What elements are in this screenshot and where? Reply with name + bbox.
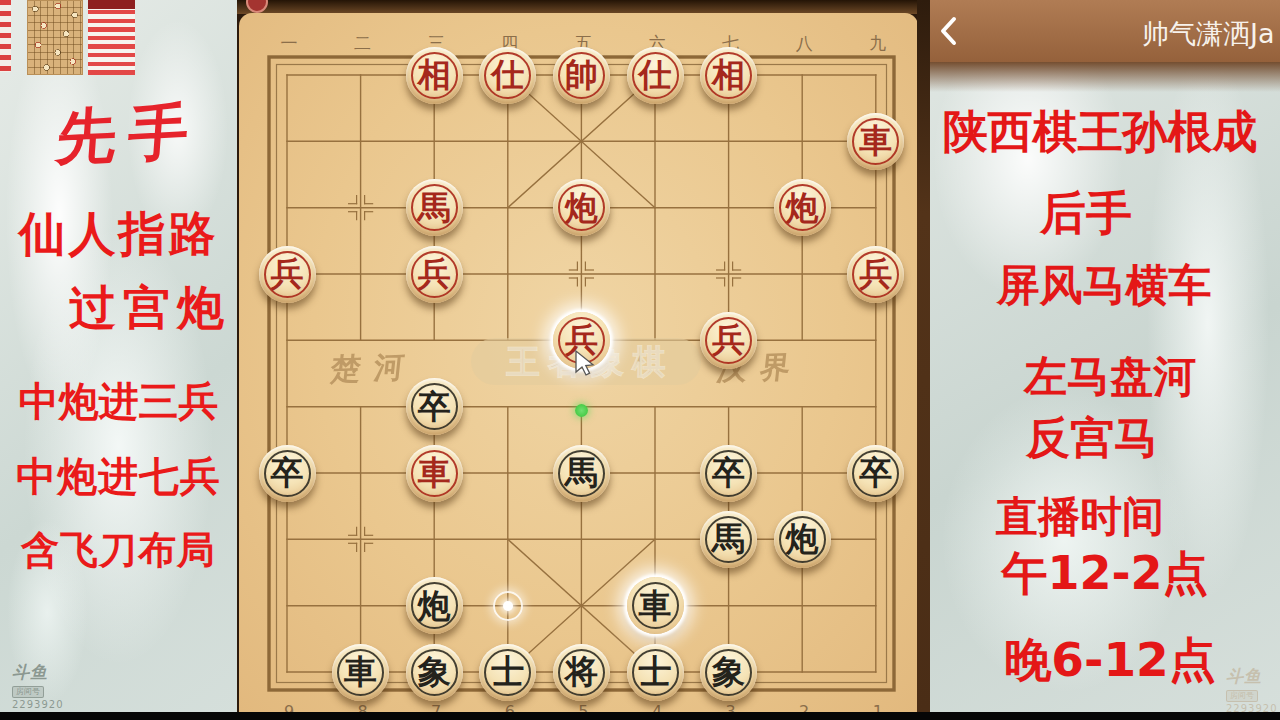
piece-red-帥[interactable]: 帥 bbox=[553, 47, 610, 104]
board-top-strip bbox=[237, 0, 920, 14]
douyu-watermark-left: 斗鱼 房间号 2293920 bbox=[12, 664, 64, 710]
piece-black-炮[interactable]: 炮 bbox=[406, 577, 463, 634]
piece-glyph: 馬 bbox=[418, 191, 451, 224]
letterbox-bar bbox=[0, 712, 1280, 720]
xiangqi-board[interactable]: 一二三四五六七八九 987654321 楚河 汉界 王者象棋 相仕帥仕相車馬炮炮… bbox=[239, 13, 918, 712]
piece-red-兵[interactable]: 兵 bbox=[700, 312, 757, 369]
piece-glyph: 車 bbox=[859, 124, 892, 157]
pip-card-header bbox=[88, 0, 135, 9]
mouse-cursor bbox=[573, 349, 597, 377]
douyu-logo: 斗鱼 bbox=[1226, 668, 1278, 685]
lp-line-0: 先手 bbox=[0, 97, 249, 170]
piece-black-車[interactable]: 車 bbox=[627, 577, 684, 634]
piece-glyph: 車 bbox=[639, 589, 672, 622]
piece-glyph: 炮 bbox=[418, 589, 451, 622]
piece-glyph: 馬 bbox=[712, 522, 745, 555]
piece-black-象[interactable]: 象 bbox=[700, 644, 757, 701]
piece-red-馬[interactable]: 馬 bbox=[406, 179, 463, 236]
douyu-watermark-right: 斗鱼 房间号 2293920 bbox=[1226, 668, 1278, 714]
lp-line-1: 仙人指路 bbox=[0, 210, 237, 257]
panel-separator bbox=[917, 0, 930, 712]
rp-line-0: 陕西棋王孙根成 bbox=[920, 109, 1280, 154]
back-button[interactable] bbox=[938, 16, 960, 46]
pip-text-card bbox=[88, 0, 135, 75]
piece-red-相[interactable]: 相 bbox=[406, 47, 463, 104]
piece-glyph: 卒 bbox=[418, 390, 451, 423]
piece-glyph: 車 bbox=[418, 456, 451, 489]
lp-line-5: 含飞刀布局 bbox=[0, 531, 237, 569]
move-marker-white-dot[interactable] bbox=[493, 591, 523, 621]
rp-line-2: 屏风马横车 bbox=[924, 264, 1280, 307]
piece-glyph: 馬 bbox=[565, 456, 598, 489]
rp-line-1: 后手 bbox=[906, 190, 1266, 236]
piece-glyph: 象 bbox=[712, 655, 745, 688]
piece-red-炮[interactable]: 炮 bbox=[553, 179, 610, 236]
rp-line-6: 午12-2点 bbox=[925, 550, 1280, 596]
piece-glyph: 将 bbox=[565, 655, 598, 688]
pip-board-thumbnail bbox=[27, 0, 83, 75]
piece-glyph: 兵 bbox=[712, 323, 745, 356]
title-bar-shadow bbox=[920, 62, 1280, 92]
piece-glyph: 相 bbox=[418, 58, 451, 91]
right-info-panel: 帅气潇洒Ja 陕西棋王孙根成后手屏风马横车左马盘河反宫马直播时间午12-2点晚6… bbox=[920, 0, 1280, 720]
douyu-logo: 斗鱼 bbox=[12, 664, 64, 681]
piece-black-馬[interactable]: 馬 bbox=[553, 445, 610, 502]
piece-glyph: 士 bbox=[491, 655, 524, 688]
lp-line-2: 过宫炮 bbox=[0, 284, 237, 331]
piece-glyph: 仕 bbox=[491, 58, 524, 91]
piece-glyph: 卒 bbox=[859, 456, 892, 489]
lp-line-3: 中炮进三兵 bbox=[0, 381, 237, 421]
move-hint-green-dot[interactable] bbox=[575, 404, 588, 417]
streamer-title: 帅气潇洒Ja bbox=[1142, 16, 1275, 52]
piece-glyph: 兵 bbox=[859, 257, 892, 290]
left-info-panel: 先手仙人指路过宫炮中炮进三兵中炮进七兵含飞刀布局 斗鱼 房间号 2293920 bbox=[0, 0, 237, 720]
piece-red-兵[interactable]: 兵 bbox=[406, 246, 463, 303]
title-bar: 帅气潇洒Ja bbox=[920, 0, 1280, 62]
piece-glyph: 士 bbox=[639, 655, 672, 688]
piece-glyph: 兵 bbox=[418, 257, 451, 290]
piece-red-仕[interactable]: 仕 bbox=[479, 47, 536, 104]
xiangqi-board-panel: 一二三四五六七八九 987654321 楚河 汉界 王者象棋 相仕帥仕相車馬炮炮… bbox=[237, 0, 920, 720]
piece-black-炮[interactable]: 炮 bbox=[774, 511, 831, 568]
lp-line-4: 中炮进七兵 bbox=[0, 456, 237, 496]
piece-black-車[interactable]: 車 bbox=[332, 644, 389, 701]
rp-line-3: 左马盘河 bbox=[930, 355, 1280, 398]
douyu-room-id: 2293920 bbox=[12, 700, 64, 710]
douyu-room-tag: 房间号 bbox=[1226, 690, 1258, 702]
pip-overlay bbox=[0, 0, 140, 76]
piece-glyph: 卒 bbox=[271, 456, 304, 489]
piece-red-炮[interactable]: 炮 bbox=[774, 179, 831, 236]
piece-red-相[interactable]: 相 bbox=[700, 47, 757, 104]
piece-black-卒[interactable]: 卒 bbox=[700, 445, 757, 502]
piece-black-馬[interactable]: 馬 bbox=[700, 511, 757, 568]
piece-black-卒[interactable]: 卒 bbox=[406, 378, 463, 435]
piece-glyph: 炮 bbox=[786, 522, 819, 555]
pip-text-sliver bbox=[0, 0, 11, 72]
piece-red-兵[interactable]: 兵 bbox=[259, 246, 316, 303]
piece-glyph: 相 bbox=[712, 58, 745, 91]
piece-black-将[interactable]: 将 bbox=[553, 644, 610, 701]
piece-glyph: 兵 bbox=[271, 257, 304, 290]
piece-black-士[interactable]: 士 bbox=[479, 644, 536, 701]
piece-glyph: 卒 bbox=[712, 456, 745, 489]
piece-black-士[interactable]: 士 bbox=[627, 644, 684, 701]
piece-glyph: 帥 bbox=[565, 58, 598, 91]
piece-black-卒[interactable]: 卒 bbox=[259, 445, 316, 502]
piece-glyph: 車 bbox=[344, 655, 377, 688]
piece-glyph: 象 bbox=[418, 655, 451, 688]
rp-line-4: 反宫马 bbox=[912, 416, 1272, 460]
piece-glyph: 炮 bbox=[786, 191, 819, 224]
piece-black-卒[interactable]: 卒 bbox=[847, 445, 904, 502]
douyu-room-tag: 房间号 bbox=[12, 686, 44, 698]
screenshot-root: 先手仙人指路过宫炮中炮进三兵中炮进七兵含飞刀布局 斗鱼 房间号 2293920 … bbox=[0, 0, 1280, 720]
rp-line-5: 直播时间 bbox=[900, 496, 1260, 538]
piece-glyph: 仕 bbox=[639, 58, 672, 91]
piece-red-車[interactable]: 車 bbox=[406, 445, 463, 502]
piece-black-象[interactable]: 象 bbox=[406, 644, 463, 701]
piece-glyph: 炮 bbox=[565, 191, 598, 224]
piece-red-仕[interactable]: 仕 bbox=[627, 47, 684, 104]
piece-red-車[interactable]: 車 bbox=[847, 113, 904, 170]
piece-red-兵[interactable]: 兵 bbox=[847, 246, 904, 303]
